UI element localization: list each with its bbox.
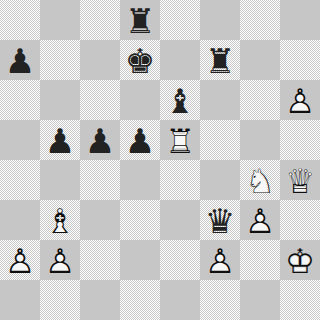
bishop-glyph: ♗ xyxy=(40,200,80,240)
square-f4[interactable] xyxy=(200,160,240,200)
piece-black-bishop[interactable]: ♝ xyxy=(160,80,200,120)
square-b7[interactable] xyxy=(40,40,80,80)
square-d3[interactable] xyxy=(120,200,160,240)
piece-black-rook[interactable]: ♜ xyxy=(120,0,160,40)
square-c2[interactable] xyxy=(80,240,120,280)
square-c8[interactable] xyxy=(80,0,120,40)
square-d2[interactable] xyxy=(120,240,160,280)
square-c3[interactable] xyxy=(80,200,120,240)
square-h7[interactable] xyxy=(280,40,320,80)
square-d1[interactable] xyxy=(120,280,160,320)
square-c5[interactable]: ♟ xyxy=(80,120,120,160)
square-d7[interactable]: ♚ xyxy=(120,40,160,80)
piece-white-pawn[interactable]: ♟♙ xyxy=(0,240,40,280)
square-f2[interactable]: ♟♙ xyxy=(200,240,240,280)
square-a3[interactable] xyxy=(0,200,40,240)
piece-white-rook[interactable]: ♜♖ xyxy=(160,120,200,160)
square-c7[interactable] xyxy=(80,40,120,80)
square-h8[interactable] xyxy=(280,0,320,40)
piece-black-pawn[interactable]: ♟ xyxy=(120,120,160,160)
bishop-glyph: ♝ xyxy=(160,80,200,120)
piece-white-pawn[interactable]: ♟♙ xyxy=(40,240,80,280)
pawn-glyph: ♟ xyxy=(120,120,160,160)
square-g8[interactable] xyxy=(240,0,280,40)
square-g2[interactable] xyxy=(240,240,280,280)
rook-glyph: ♜ xyxy=(120,0,160,40)
square-b2[interactable]: ♟♙ xyxy=(40,240,80,280)
square-f8[interactable] xyxy=(200,0,240,40)
square-b8[interactable] xyxy=(40,0,80,40)
square-h4[interactable]: ♛♕ xyxy=(280,160,320,200)
pawn-glyph: ♙ xyxy=(200,240,240,280)
square-c1[interactable] xyxy=(80,280,120,320)
square-h2[interactable]: ♚♔ xyxy=(280,240,320,280)
square-a2[interactable]: ♟♙ xyxy=(0,240,40,280)
king-glyph: ♚ xyxy=(120,40,160,80)
square-e3[interactable] xyxy=(160,200,200,240)
piece-black-pawn[interactable]: ♟ xyxy=(80,120,120,160)
square-h5[interactable] xyxy=(280,120,320,160)
square-b6[interactable] xyxy=(40,80,80,120)
square-e2[interactable] xyxy=(160,240,200,280)
square-d8[interactable]: ♜ xyxy=(120,0,160,40)
square-f7[interactable]: ♜ xyxy=(200,40,240,80)
piece-white-pawn[interactable]: ♟♙ xyxy=(200,240,240,280)
square-a8[interactable] xyxy=(0,0,40,40)
square-e5[interactable]: ♜♖ xyxy=(160,120,200,160)
square-d4[interactable] xyxy=(120,160,160,200)
square-a6[interactable] xyxy=(0,80,40,120)
piece-white-queen[interactable]: ♛♕ xyxy=(280,160,320,200)
square-a4[interactable] xyxy=(0,160,40,200)
piece-black-pawn[interactable]: ♟ xyxy=(40,120,80,160)
square-e8[interactable] xyxy=(160,0,200,40)
rook-glyph: ♜ xyxy=(200,40,240,80)
square-h1[interactable] xyxy=(280,280,320,320)
square-a1[interactable] xyxy=(0,280,40,320)
piece-black-king[interactable]: ♚ xyxy=(120,40,160,80)
square-f1[interactable] xyxy=(200,280,240,320)
piece-black-pawn[interactable]: ♟ xyxy=(0,40,40,80)
square-d5[interactable]: ♟ xyxy=(120,120,160,160)
square-g4[interactable]: ♞♘ xyxy=(240,160,280,200)
pawn-glyph: ♙ xyxy=(0,240,40,280)
pawn-glyph: ♟ xyxy=(80,120,120,160)
piece-white-king[interactable]: ♚♔ xyxy=(280,240,320,280)
square-f3[interactable]: ♛ xyxy=(200,200,240,240)
piece-white-pawn[interactable]: ♟♙ xyxy=(280,80,320,120)
pawn-glyph: ♟ xyxy=(0,40,40,80)
piece-black-rook[interactable]: ♜ xyxy=(200,40,240,80)
square-a5[interactable] xyxy=(0,120,40,160)
chess-board: ♜♟♚♜♝♟♙♟♟♟♜♖♞♘♛♕♝♗♛♟♙♟♙♟♙♟♙♚♔ xyxy=(0,0,320,320)
square-e1[interactable] xyxy=(160,280,200,320)
rook-glyph: ♖ xyxy=(160,120,200,160)
square-e4[interactable] xyxy=(160,160,200,200)
queen-glyph: ♕ xyxy=(280,160,320,200)
square-h3[interactable] xyxy=(280,200,320,240)
queen-glyph: ♛ xyxy=(200,200,240,240)
square-b1[interactable] xyxy=(40,280,80,320)
square-b4[interactable] xyxy=(40,160,80,200)
square-f6[interactable] xyxy=(200,80,240,120)
square-e7[interactable] xyxy=(160,40,200,80)
square-f5[interactable] xyxy=(200,120,240,160)
square-b5[interactable]: ♟ xyxy=(40,120,80,160)
square-c6[interactable] xyxy=(80,80,120,120)
piece-white-bishop[interactable]: ♝♗ xyxy=(40,200,80,240)
knight-glyph: ♘ xyxy=(240,160,280,200)
square-g5[interactable] xyxy=(240,120,280,160)
piece-white-knight[interactable]: ♞♘ xyxy=(240,160,280,200)
square-a7[interactable]: ♟ xyxy=(0,40,40,80)
square-g3[interactable]: ♟♙ xyxy=(240,200,280,240)
square-d6[interactable] xyxy=(120,80,160,120)
pawn-glyph: ♙ xyxy=(40,240,80,280)
pawn-glyph: ♙ xyxy=(280,80,320,120)
piece-black-queen[interactable]: ♛ xyxy=(200,200,240,240)
piece-white-pawn[interactable]: ♟♙ xyxy=(240,200,280,240)
pawn-glyph: ♟ xyxy=(40,120,80,160)
square-g6[interactable] xyxy=(240,80,280,120)
square-e6[interactable]: ♝ xyxy=(160,80,200,120)
square-g1[interactable] xyxy=(240,280,280,320)
pawn-glyph: ♙ xyxy=(240,200,280,240)
square-g7[interactable] xyxy=(240,40,280,80)
square-c4[interactable] xyxy=(80,160,120,200)
king-glyph: ♔ xyxy=(280,240,320,280)
square-b3[interactable]: ♝♗ xyxy=(40,200,80,240)
square-h6[interactable]: ♟♙ xyxy=(280,80,320,120)
